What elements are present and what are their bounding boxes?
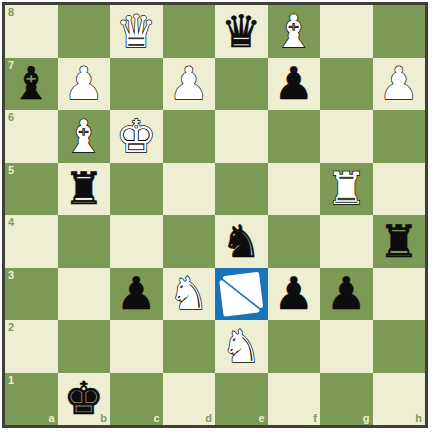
square-a5[interactable]: 5 bbox=[5, 163, 58, 216]
square-c5[interactable] bbox=[110, 163, 163, 216]
rank-label-2: 2 bbox=[8, 321, 14, 333]
piece-black-pawn-f3[interactable]: ♟ bbox=[268, 268, 321, 321]
square-h8[interactable] bbox=[373, 5, 426, 58]
square-d8[interactable] bbox=[163, 5, 216, 58]
square-g2[interactable] bbox=[320, 320, 373, 373]
file-label-d: d bbox=[205, 412, 212, 424]
piece-black-bishop-a7[interactable]: ♝ bbox=[5, 58, 58, 111]
square-c6[interactable]: ♚ bbox=[110, 110, 163, 163]
square-b4[interactable] bbox=[58, 215, 111, 268]
square-a4[interactable]: 4 bbox=[5, 215, 58, 268]
rank-label-8: 8 bbox=[8, 6, 14, 18]
square-d7[interactable]: ♟ bbox=[163, 58, 216, 111]
file-label-a: a bbox=[48, 412, 54, 424]
square-f4[interactable] bbox=[268, 215, 321, 268]
square-h7[interactable]: ♟ bbox=[373, 58, 426, 111]
piece-white-queen-c8[interactable]: ♛ bbox=[110, 5, 163, 58]
piece-white-pawn-d7[interactable]: ♟ bbox=[163, 58, 216, 111]
square-e8[interactable]: ♛ bbox=[215, 5, 268, 58]
rank-label-4: 4 bbox=[8, 216, 14, 228]
piece-black-pawn-c3[interactable]: ♟ bbox=[110, 268, 163, 321]
file-label-e: e bbox=[258, 412, 264, 424]
piece-white-knight-e2[interactable]: ♞ bbox=[215, 320, 268, 373]
square-e1[interactable]: e bbox=[215, 373, 268, 426]
piece-white-pawn-b7[interactable]: ♟ bbox=[58, 58, 111, 111]
piece-white-pawn-h7[interactable]: ♟ bbox=[373, 58, 426, 111]
square-f1[interactable]: f bbox=[268, 373, 321, 426]
square-a1[interactable]: 1a bbox=[5, 373, 58, 426]
square-c4[interactable] bbox=[110, 215, 163, 268]
square-h2[interactable] bbox=[373, 320, 426, 373]
file-label-h: h bbox=[415, 412, 422, 424]
piece-black-queen-e8[interactable]: ♛ bbox=[215, 5, 268, 58]
square-c1[interactable]: c bbox=[110, 373, 163, 426]
square-f3[interactable]: ♟ bbox=[268, 268, 321, 321]
piece-black-rook-b5[interactable]: ♜ bbox=[58, 163, 111, 216]
square-g5[interactable]: ♜ bbox=[320, 163, 373, 216]
square-c2[interactable] bbox=[110, 320, 163, 373]
rank-label-1: 1 bbox=[8, 374, 14, 386]
square-g8[interactable] bbox=[320, 5, 373, 58]
piece-black-pawn-f7[interactable]: ♟ bbox=[268, 58, 321, 111]
piece-white-bishop-b6[interactable]: ♝ bbox=[58, 110, 111, 163]
square-b1[interactable]: b♚ bbox=[58, 373, 111, 426]
square-b8[interactable] bbox=[58, 5, 111, 58]
square-b2[interactable] bbox=[58, 320, 111, 373]
file-label-f: f bbox=[313, 412, 317, 424]
square-d5[interactable] bbox=[163, 163, 216, 216]
square-h4[interactable]: ♜ bbox=[373, 215, 426, 268]
piece-black-pawn-g3[interactable]: ♟ bbox=[320, 268, 373, 321]
square-e2[interactable]: ♞ bbox=[215, 320, 268, 373]
square-b6[interactable]: ♝ bbox=[58, 110, 111, 163]
highlight-marker-icon bbox=[215, 268, 268, 321]
piece-black-knight-e4[interactable]: ♞ bbox=[215, 215, 268, 268]
square-e7[interactable] bbox=[215, 58, 268, 111]
square-e5[interactable] bbox=[215, 163, 268, 216]
rank-label-6: 6 bbox=[8, 111, 14, 123]
piece-black-king-b1[interactable]: ♚ bbox=[58, 373, 111, 426]
square-f5[interactable] bbox=[268, 163, 321, 216]
square-c8[interactable]: ♛ bbox=[110, 5, 163, 58]
square-g1[interactable]: g bbox=[320, 373, 373, 426]
square-h5[interactable] bbox=[373, 163, 426, 216]
square-f2[interactable] bbox=[268, 320, 321, 373]
square-b3[interactable] bbox=[58, 268, 111, 321]
chess-board: 8♛♛♝7♝♟♟♟♟6♝♚5♜♜4♞♜3♟♞♟♟2♞1ab♚cdefgh bbox=[5, 5, 425, 425]
square-a7[interactable]: 7♝ bbox=[5, 58, 58, 111]
piece-white-knight-d3[interactable]: ♞ bbox=[163, 268, 216, 321]
rank-label-3: 3 bbox=[8, 269, 14, 281]
square-d3[interactable]: ♞ bbox=[163, 268, 216, 321]
square-e4[interactable]: ♞ bbox=[215, 215, 268, 268]
square-d6[interactable] bbox=[163, 110, 216, 163]
piece-white-bishop-f8[interactable]: ♝ bbox=[268, 5, 321, 58]
square-d2[interactable] bbox=[163, 320, 216, 373]
square-c3[interactable]: ♟ bbox=[110, 268, 163, 321]
square-h3[interactable] bbox=[373, 268, 426, 321]
square-g4[interactable] bbox=[320, 215, 373, 268]
square-b7[interactable]: ♟ bbox=[58, 58, 111, 111]
square-a2[interactable]: 2 bbox=[5, 320, 58, 373]
square-d4[interactable] bbox=[163, 215, 216, 268]
square-f8[interactable]: ♝ bbox=[268, 5, 321, 58]
piece-white-king-c6[interactable]: ♚ bbox=[110, 110, 163, 163]
chess-board-frame: 8♛♛♝7♝♟♟♟♟6♝♚5♜♜4♞♜3♟♞♟♟2♞1ab♚cdefgh bbox=[2, 2, 428, 428]
square-g3[interactable]: ♟ bbox=[320, 268, 373, 321]
square-e6[interactable] bbox=[215, 110, 268, 163]
piece-black-rook-h4[interactable]: ♜ bbox=[373, 215, 426, 268]
file-label-c: c bbox=[153, 412, 159, 424]
square-a6[interactable]: 6 bbox=[5, 110, 58, 163]
piece-white-rook-g5[interactable]: ♜ bbox=[320, 163, 373, 216]
square-e3[interactable] bbox=[215, 268, 268, 321]
square-f6[interactable] bbox=[268, 110, 321, 163]
square-a3[interactable]: 3 bbox=[5, 268, 58, 321]
square-a8[interactable]: 8 bbox=[5, 5, 58, 58]
square-d1[interactable]: d bbox=[163, 373, 216, 426]
square-f7[interactable]: ♟ bbox=[268, 58, 321, 111]
square-g7[interactable] bbox=[320, 58, 373, 111]
square-c7[interactable] bbox=[110, 58, 163, 111]
file-label-g: g bbox=[363, 412, 370, 424]
square-g6[interactable] bbox=[320, 110, 373, 163]
square-h1[interactable]: h bbox=[373, 373, 426, 426]
square-b5[interactable]: ♜ bbox=[58, 163, 111, 216]
square-h6[interactable] bbox=[373, 110, 426, 163]
rank-label-5: 5 bbox=[8, 164, 14, 176]
